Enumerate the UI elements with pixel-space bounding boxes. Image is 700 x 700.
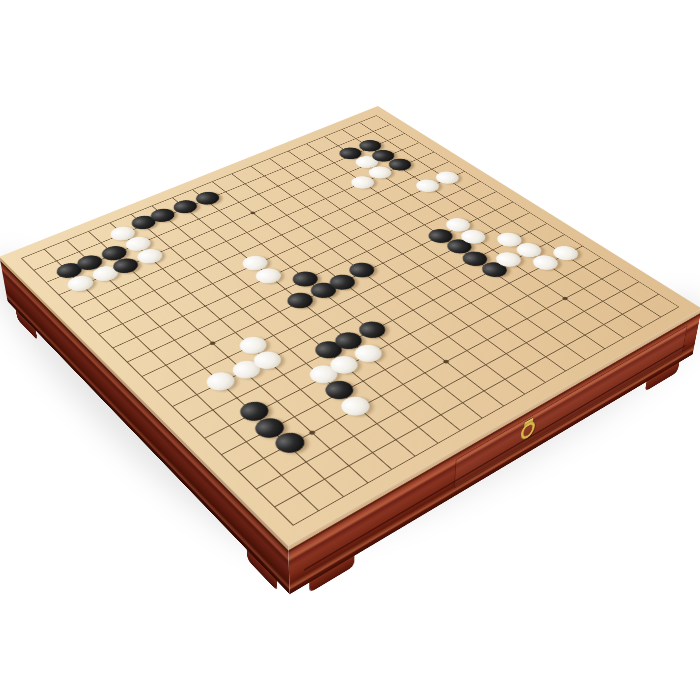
base-foot [247,550,278,592]
stones-layer [21,115,680,526]
go-table-board [0,106,700,546]
product-photo-scene [0,0,700,700]
board-top-surface [0,106,700,546]
